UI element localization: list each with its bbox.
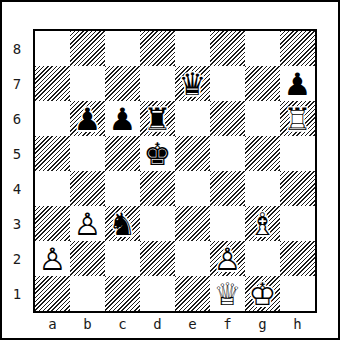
square-e5[interactable] <box>175 136 210 171</box>
file-label-b: b <box>70 312 105 336</box>
square-a7[interactable] <box>35 66 70 101</box>
square-g5[interactable] <box>245 136 280 171</box>
square-a3[interactable] <box>35 206 70 241</box>
piece-black-pawn-h7[interactable]: ♟ <box>280 66 315 101</box>
file-label-d: d <box>140 312 175 336</box>
square-a1[interactable] <box>35 276 70 311</box>
square-g1[interactable]: ♚♔ <box>245 276 280 311</box>
piece-solid-glyph: ♛ <box>175 66 210 101</box>
square-h1[interactable] <box>280 276 315 311</box>
square-b1[interactable] <box>70 276 105 311</box>
piece-outline-glyph: ♖ <box>280 101 315 136</box>
square-c7[interactable] <box>105 66 140 101</box>
chess-diagram: 87654321 ♛♟♟♟♜♜♖♚♟♙♞♝♗♟♙♟♙♛♕♚♔ abcdefgh <box>0 0 340 340</box>
piece-outline-glyph: ♕ <box>210 276 245 311</box>
square-e3[interactable] <box>175 206 210 241</box>
square-e7[interactable]: ♛ <box>175 66 210 101</box>
piece-black-rook-d6[interactable]: ♜ <box>140 101 175 136</box>
piece-white-bishop-g3[interactable]: ♝♗ <box>245 206 280 241</box>
rank-label-7: 7 <box>8 66 26 101</box>
piece-black-queen-e7[interactable]: ♛ <box>175 66 210 101</box>
square-g4[interactable] <box>245 171 280 206</box>
square-f4[interactable] <box>210 171 245 206</box>
square-a2[interactable]: ♟♙ <box>35 241 70 276</box>
piece-solid-glyph: ♞ <box>105 206 140 241</box>
file-label-e: e <box>175 312 210 336</box>
square-a4[interactable] <box>35 171 70 206</box>
square-d8[interactable] <box>140 31 175 66</box>
square-g8[interactable] <box>245 31 280 66</box>
file-label-h: h <box>280 312 315 336</box>
piece-black-king-d5[interactable]: ♚ <box>140 136 175 171</box>
square-e4[interactable] <box>175 171 210 206</box>
rank-label-6: 6 <box>8 101 26 136</box>
square-c4[interactable] <box>105 171 140 206</box>
file-label-f: f <box>210 312 245 336</box>
square-g6[interactable] <box>245 101 280 136</box>
square-d5[interactable]: ♚ <box>140 136 175 171</box>
piece-outline-glyph: ♙ <box>210 241 245 276</box>
square-f3[interactable] <box>210 206 245 241</box>
square-c2[interactable] <box>105 241 140 276</box>
square-b8[interactable] <box>70 31 105 66</box>
square-a5[interactable] <box>35 136 70 171</box>
file-labels: abcdefgh <box>35 312 315 336</box>
chess-board: ♛♟♟♟♜♜♖♚♟♙♞♝♗♟♙♟♙♛♕♚♔ <box>33 29 317 313</box>
square-h5[interactable] <box>280 136 315 171</box>
piece-solid-glyph: ♜ <box>140 101 175 136</box>
rank-label-5: 5 <box>8 136 26 171</box>
rank-label-3: 3 <box>8 206 26 241</box>
piece-white-queen-f1[interactable]: ♛♕ <box>210 276 245 311</box>
piece-white-pawn-a2[interactable]: ♟♙ <box>35 241 70 276</box>
file-label-a: a <box>35 312 70 336</box>
square-b6[interactable]: ♟ <box>70 101 105 136</box>
file-label-g: g <box>245 312 280 336</box>
square-f1[interactable]: ♛♕ <box>210 276 245 311</box>
piece-solid-glyph: ♟ <box>280 66 315 101</box>
piece-solid-glyph: ♟ <box>70 101 105 136</box>
square-c8[interactable] <box>105 31 140 66</box>
square-h3[interactable] <box>280 206 315 241</box>
square-c5[interactable] <box>105 136 140 171</box>
square-e6[interactable] <box>175 101 210 136</box>
piece-solid-glyph: ♚ <box>140 136 175 171</box>
square-b4[interactable] <box>70 171 105 206</box>
square-a6[interactable] <box>35 101 70 136</box>
square-d4[interactable] <box>140 171 175 206</box>
square-f6[interactable] <box>210 101 245 136</box>
piece-outline-glyph: ♔ <box>245 276 280 311</box>
square-g3[interactable]: ♝♗ <box>245 206 280 241</box>
square-c6[interactable]: ♟ <box>105 101 140 136</box>
square-d3[interactable] <box>140 206 175 241</box>
rank-label-4: 4 <box>8 171 26 206</box>
piece-white-rook-h6[interactable]: ♜♖ <box>280 101 315 136</box>
square-e1[interactable] <box>175 276 210 311</box>
piece-black-knight-c3[interactable]: ♞ <box>105 206 140 241</box>
square-h6[interactable]: ♜♖ <box>280 101 315 136</box>
square-e8[interactable] <box>175 31 210 66</box>
square-h2[interactable] <box>280 241 315 276</box>
square-g7[interactable] <box>245 66 280 101</box>
piece-white-pawn-b3[interactable]: ♟♙ <box>70 206 105 241</box>
piece-white-pawn-f2[interactable]: ♟♙ <box>210 241 245 276</box>
square-b3[interactable]: ♟♙ <box>70 206 105 241</box>
piece-solid-glyph: ♟ <box>105 101 140 136</box>
square-h8[interactable] <box>280 31 315 66</box>
square-c1[interactable] <box>105 276 140 311</box>
square-h4[interactable] <box>280 171 315 206</box>
square-e2[interactable] <box>175 241 210 276</box>
piece-black-pawn-c6[interactable]: ♟ <box>105 101 140 136</box>
square-c3[interactable]: ♞ <box>105 206 140 241</box>
piece-outline-glyph: ♗ <box>245 206 280 241</box>
square-f2[interactable]: ♟♙ <box>210 241 245 276</box>
square-g2[interactable] <box>245 241 280 276</box>
square-f5[interactable] <box>210 136 245 171</box>
file-label-c: c <box>105 312 140 336</box>
square-h7[interactable]: ♟ <box>280 66 315 101</box>
rank-labels: 87654321 <box>8 31 26 311</box>
square-b5[interactable] <box>70 136 105 171</box>
square-d1[interactable] <box>140 276 175 311</box>
square-d6[interactable]: ♜ <box>140 101 175 136</box>
square-d7[interactable] <box>140 66 175 101</box>
square-f7[interactable] <box>210 66 245 101</box>
rank-label-2: 2 <box>8 241 26 276</box>
piece-outline-glyph: ♙ <box>70 206 105 241</box>
square-a8[interactable] <box>35 31 70 66</box>
square-d2[interactable] <box>140 241 175 276</box>
piece-white-king-g1[interactable]: ♚♔ <box>245 276 280 311</box>
rank-label-1: 1 <box>8 276 26 311</box>
rank-label-8: 8 <box>8 31 26 66</box>
square-b2[interactable] <box>70 241 105 276</box>
square-f8[interactable] <box>210 31 245 66</box>
square-b7[interactable] <box>70 66 105 101</box>
piece-black-pawn-b6[interactable]: ♟ <box>70 101 105 136</box>
piece-outline-glyph: ♙ <box>35 241 70 276</box>
